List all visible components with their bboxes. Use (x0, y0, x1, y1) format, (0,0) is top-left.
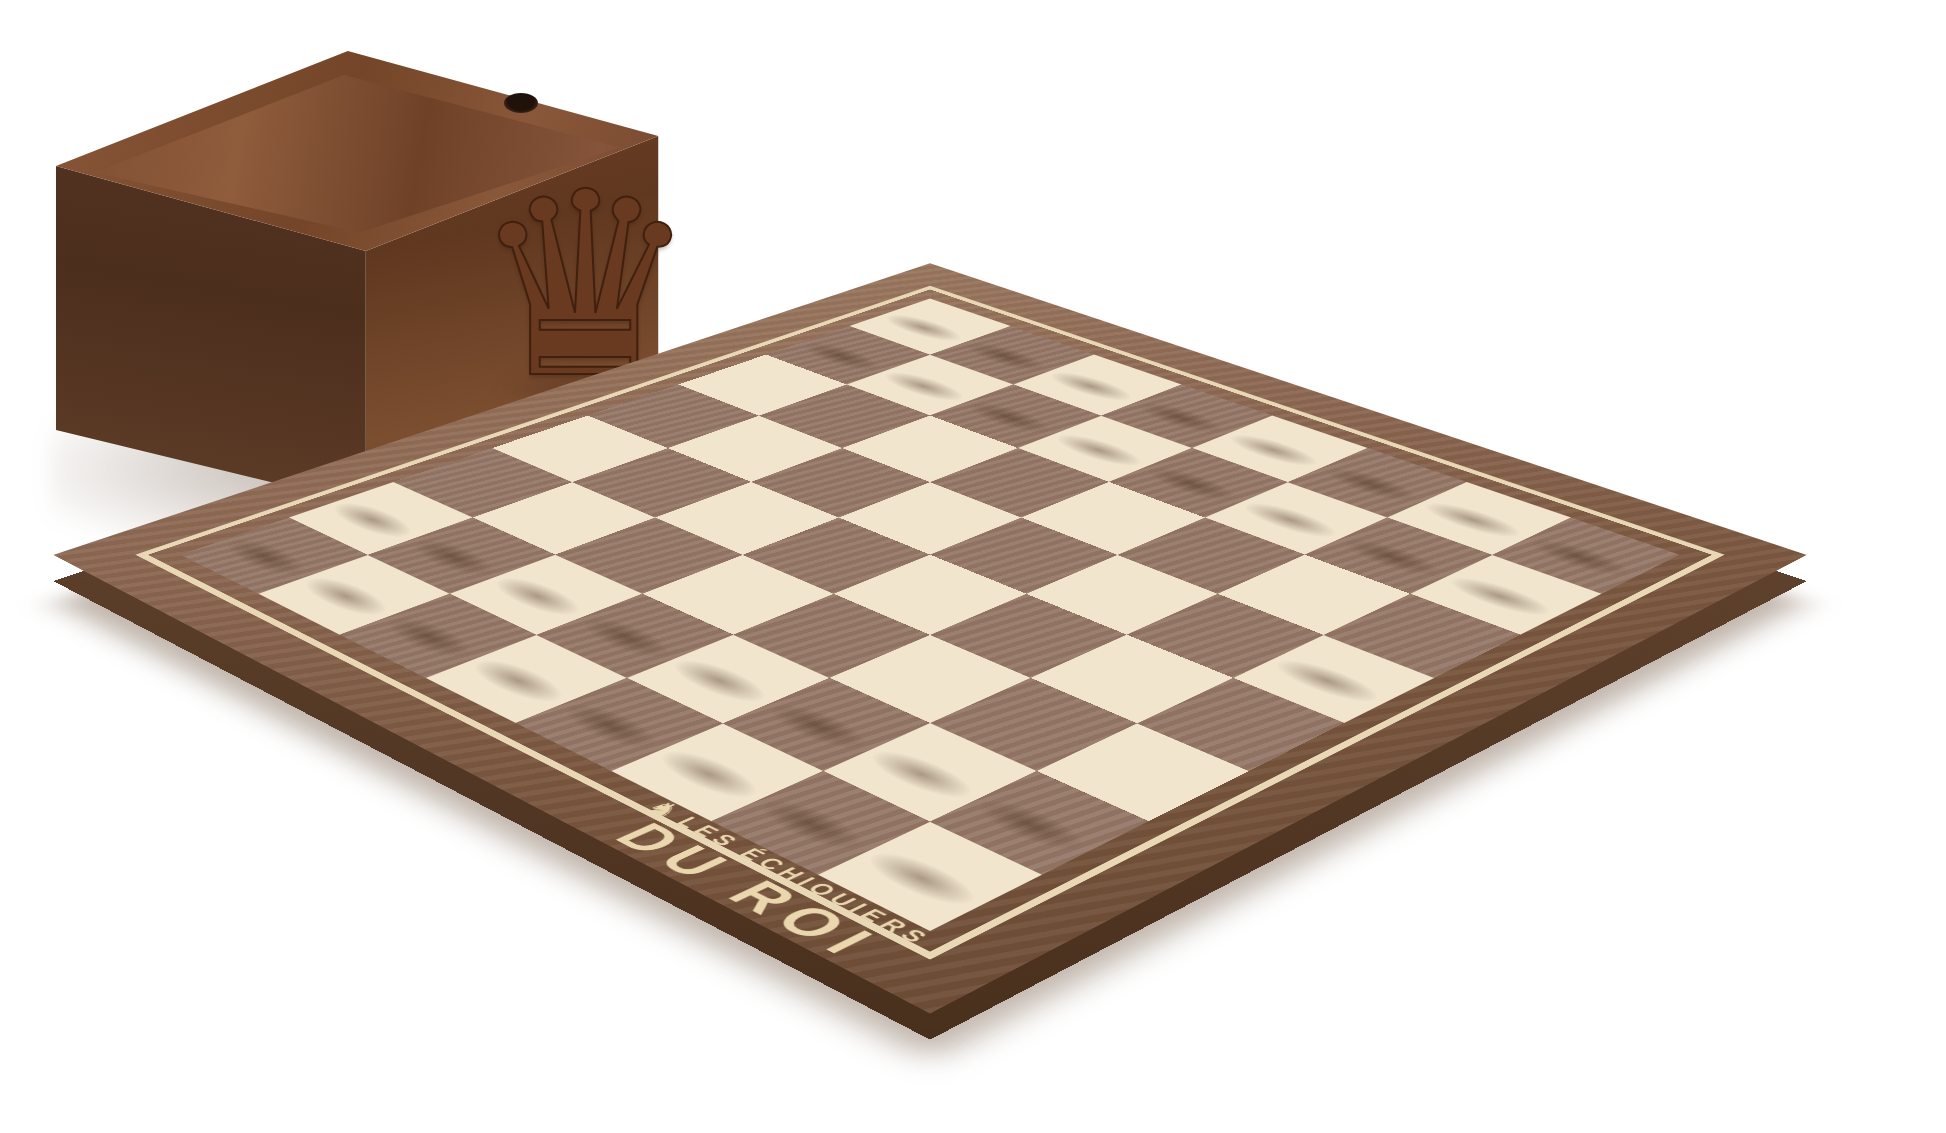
chess-board: ♜♞♝♛♚♝♞♜♟♟♟♟♟♟♟♟♛♟♟♟♟♟♟♟♟♜♞♝♛♚♝♞♜ ♞ LES … (53, 263, 1807, 1013)
box-finger-hole (504, 93, 538, 113)
white-rook-glyph: ♜ (817, 652, 1027, 886)
board-grid: ♜♞♝♛♚♝♞♜♟♟♟♟♟♟♟♟♛♟♟♟♟♟♟♟♟♜♞♝♛♚♝♞♜ (180, 299, 1679, 931)
square-e5 (930, 517, 1117, 593)
white-queen-glyph: ♛ (1246, 428, 1501, 712)
product-photo-scene: ♛ ♜♞♝♛♚♝♞♜♟♟♟♟♟♟♟♟♛♟♟♟♟♟♟♟♟♜♞♝♛♚♝♞♜ ♞ LE… (0, 0, 1946, 1133)
